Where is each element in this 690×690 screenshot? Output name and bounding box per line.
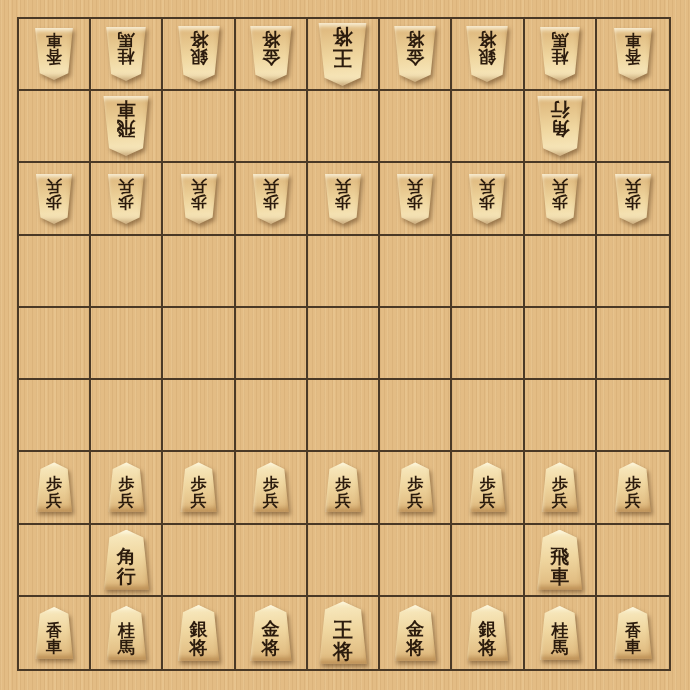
piece-kanji-label: 金将 [262,620,280,657]
cell-4i[interactable]: 金将 [380,597,452,669]
cell-9b[interactable] [19,91,91,163]
cell-7d[interactable] [163,236,235,308]
piece-gote-knight[interactable]: 桂馬 [104,27,148,81]
piece-body: 桂馬 [104,27,148,81]
piece-sente-pawn[interactable]: 歩兵 [106,462,146,512]
cell-9d[interactable] [19,236,91,308]
piece-body: 歩兵 [106,174,146,224]
piece-sente-pawn[interactable]: 歩兵 [395,462,435,512]
piece-body: 金将 [248,26,294,82]
piece-body: 角行 [535,96,585,156]
piece-sente-silver[interactable]: 銀将 [464,605,510,661]
piece-kanji-label: 歩兵 [479,476,495,509]
piece-kanji-label: 歩兵 [552,476,568,509]
piece-kanji-label: 歩兵 [46,177,62,210]
piece-kanji-label: 歩兵 [625,476,641,509]
piece-body: 歩兵 [323,174,363,224]
piece-body: 歩兵 [613,462,653,512]
piece-kanji-label: 歩兵 [552,177,568,210]
piece-sente-pawn[interactable]: 歩兵 [251,462,291,512]
piece-kanji-label: 王将 [333,26,353,68]
piece-sente-silver[interactable]: 銀将 [176,605,222,661]
cell-4a[interactable]: 金将 [380,19,452,91]
cell-9a[interactable]: 香車 [19,19,91,91]
cell-2c[interactable]: 歩兵 [525,163,597,235]
cell-2b[interactable]: 角行 [525,91,597,163]
cell-1i[interactable]: 香車 [597,597,669,669]
piece-sente-knight[interactable]: 桂馬 [538,606,582,660]
piece-body: 桂馬 [538,27,582,81]
piece-sente-bishop[interactable]: 角行 [101,530,151,590]
cell-7e[interactable] [163,308,235,380]
piece-body: 飛車 [101,96,151,156]
piece-gote-pawn[interactable]: 歩兵 [613,174,653,224]
piece-kanji-label: 香車 [625,623,641,656]
piece-body: 銀将 [176,26,222,82]
cell-3d[interactable] [452,236,524,308]
cell-3f[interactable] [452,380,524,452]
piece-body: 銀将 [464,605,510,661]
piece-gote-silver[interactable]: 銀将 [176,26,222,82]
cell-3b[interactable] [452,91,524,163]
piece-sente-pawn[interactable]: 歩兵 [179,462,219,512]
shogi-board: 香車桂馬銀将金将王将金将銀将桂馬香車飛車角行歩兵歩兵歩兵歩兵歩兵歩兵歩兵歩兵歩兵… [0,0,690,690]
cell-4b[interactable] [380,91,452,163]
piece-sente-king[interactable]: 王将 [316,601,369,664]
cell-3e[interactable] [452,308,524,380]
piece-gote-rook[interactable]: 飛車 [101,96,151,156]
cell-4d[interactable] [380,236,452,308]
piece-body: 桂馬 [538,606,582,660]
piece-kanji-label: 歩兵 [263,177,279,210]
cell-1f[interactable] [597,380,669,452]
cell-3a[interactable]: 銀将 [452,19,524,91]
piece-sente-lance[interactable]: 香車 [33,607,75,659]
piece-gote-pawn[interactable]: 歩兵 [106,174,146,224]
cell-7b[interactable] [163,91,235,163]
piece-body: 歩兵 [34,174,74,224]
piece-kanji-label: 金将 [262,29,280,66]
piece-kanji-label: 角行 [117,547,136,587]
piece-gote-king[interactable]: 王将 [316,23,369,86]
piece-sente-pawn[interactable]: 歩兵 [34,462,74,512]
cell-5c[interactable]: 歩兵 [308,163,380,235]
piece-body: 歩兵 [467,462,507,512]
piece-body: 歩兵 [467,174,507,224]
piece-body: 角行 [101,530,151,590]
piece-kanji-label: 香車 [625,31,641,64]
cell-2e[interactable] [525,308,597,380]
cell-8b[interactable]: 飛車 [91,91,163,163]
cell-9h[interactable] [19,525,91,597]
piece-body: 香車 [33,607,75,659]
piece-gote-pawn[interactable]: 歩兵 [395,174,435,224]
cell-6i[interactable]: 金将 [236,597,308,669]
cell-6b[interactable] [236,91,308,163]
cell-2f[interactable] [525,380,597,452]
piece-body: 歩兵 [613,174,653,224]
piece-kanji-label: 香車 [46,31,62,64]
piece-kanji-label: 歩兵 [407,177,423,210]
piece-body: 香車 [612,28,654,80]
piece-gote-knight[interactable]: 桂馬 [538,27,582,81]
cell-4g[interactable]: 歩兵 [380,452,452,524]
piece-body: 歩兵 [395,462,435,512]
piece-body: 歩兵 [540,174,580,224]
cell-6f[interactable] [236,380,308,452]
piece-kanji-label: 銀将 [190,620,208,657]
cell-1e[interactable] [597,308,669,380]
piece-kanji-label: 歩兵 [46,476,62,509]
piece-kanji-label: 歩兵 [118,476,134,509]
piece-kanji-label: 歩兵 [118,177,134,210]
piece-gote-pawn[interactable]: 歩兵 [323,174,363,224]
piece-sente-pawn[interactable]: 歩兵 [467,462,507,512]
cell-5i[interactable]: 王将 [308,597,380,669]
cell-7a[interactable]: 銀将 [163,19,235,91]
shogi-board-grid: 香車桂馬銀将金将王将金将銀将桂馬香車飛車角行歩兵歩兵歩兵歩兵歩兵歩兵歩兵歩兵歩兵… [17,17,671,671]
cell-8e[interactable] [91,308,163,380]
cell-8d[interactable] [91,236,163,308]
piece-body: 歩兵 [251,462,291,512]
cell-7h[interactable] [163,525,235,597]
piece-gote-lance[interactable]: 香車 [612,28,654,80]
piece-kanji-label: 桂馬 [118,622,135,657]
cell-4c[interactable]: 歩兵 [380,163,452,235]
piece-kanji-label: 銀将 [478,620,496,657]
cell-1g[interactable]: 歩兵 [597,452,669,524]
cell-5b[interactable] [308,91,380,163]
piece-kanji-label: 歩兵 [191,177,207,210]
piece-gote-bishop[interactable]: 角行 [535,96,585,156]
piece-kanji-label: 桂馬 [551,30,568,65]
piece-body: 金将 [248,605,294,661]
cell-1b[interactable] [597,91,669,163]
cell-8h[interactable]: 角行 [91,525,163,597]
cell-2d[interactable] [525,236,597,308]
cell-1a[interactable]: 香車 [597,19,669,91]
piece-sente-gold[interactable]: 金将 [248,605,294,661]
cell-2g[interactable]: 歩兵 [525,452,597,524]
cell-7f[interactable] [163,380,235,452]
piece-kanji-label: 桂馬 [118,30,135,65]
piece-gote-pawn[interactable]: 歩兵 [251,174,291,224]
piece-kanji-label: 金将 [406,29,424,66]
piece-sente-gold[interactable]: 金将 [392,605,438,661]
cell-7i[interactable]: 銀将 [163,597,235,669]
piece-body: 飛車 [535,530,585,590]
piece-kanji-label: 歩兵 [191,476,207,509]
piece-kanji-label: 銀将 [478,29,496,66]
piece-gote-silver[interactable]: 銀将 [464,26,510,82]
cell-9e[interactable] [19,308,91,380]
piece-sente-pawn[interactable]: 歩兵 [613,462,653,512]
piece-kanji-label: 銀将 [190,29,208,66]
cell-6e[interactable] [236,308,308,380]
cell-7g[interactable]: 歩兵 [163,452,235,524]
cell-5a[interactable]: 王将 [308,19,380,91]
piece-body: 金将 [392,26,438,82]
piece-gote-pawn[interactable]: 歩兵 [540,174,580,224]
cell-8c[interactable]: 歩兵 [91,163,163,235]
piece-kanji-label: 桂馬 [551,622,568,657]
cell-1h[interactable] [597,525,669,597]
piece-body: 歩兵 [251,174,291,224]
piece-gote-pawn[interactable]: 歩兵 [34,174,74,224]
cell-5d[interactable] [308,236,380,308]
piece-kanji-label: 歩兵 [263,476,279,509]
piece-sente-rook[interactable]: 飛車 [535,530,585,590]
piece-body: 香車 [612,607,654,659]
piece-sente-lance[interactable]: 香車 [612,607,654,659]
piece-kanji-label: 飛車 [117,99,136,139]
piece-kanji-label: 歩兵 [479,177,495,210]
cell-6g[interactable]: 歩兵 [236,452,308,524]
cell-9g[interactable]: 歩兵 [19,452,91,524]
cell-2a[interactable]: 桂馬 [525,19,597,91]
piece-kanji-label: 歩兵 [335,476,351,509]
cell-9i[interactable]: 香車 [19,597,91,669]
piece-gote-gold[interactable]: 金将 [392,26,438,82]
piece-gote-gold[interactable]: 金将 [248,26,294,82]
cell-9f[interactable] [19,380,91,452]
piece-body: 歩兵 [540,462,580,512]
cell-3g[interactable]: 歩兵 [452,452,524,524]
cell-3h[interactable] [452,525,524,597]
piece-body: 銀将 [176,605,222,661]
cell-4e[interactable] [380,308,452,380]
piece-kanji-label: 歩兵 [625,177,641,210]
piece-sente-knight[interactable]: 桂馬 [104,606,148,660]
cell-4f[interactable] [380,380,452,452]
piece-kanji-label: 飛車 [550,547,569,587]
piece-body: 香車 [33,28,75,80]
piece-kanji-label: 角行 [550,99,569,139]
piece-body: 王将 [316,23,369,86]
cell-6c[interactable]: 歩兵 [236,163,308,235]
piece-gote-lance[interactable]: 香車 [33,28,75,80]
cell-3i[interactable]: 銀将 [452,597,524,669]
piece-kanji-label: 王将 [333,620,353,662]
piece-kanji-label: 歩兵 [407,476,423,509]
piece-body: 王将 [316,601,369,664]
cell-5h[interactable] [308,525,380,597]
piece-kanji-label: 金将 [406,620,424,657]
piece-body: 歩兵 [106,462,146,512]
piece-sente-pawn[interactable]: 歩兵 [323,462,363,512]
cell-5f[interactable] [308,380,380,452]
piece-body: 銀将 [464,26,510,82]
piece-gote-pawn[interactable]: 歩兵 [179,174,219,224]
piece-body: 歩兵 [395,174,435,224]
cell-8f[interactable] [91,380,163,452]
cell-5g[interactable]: 歩兵 [308,452,380,524]
piece-body: 歩兵 [179,462,219,512]
cell-6a[interactable]: 金将 [236,19,308,91]
cell-1c[interactable]: 歩兵 [597,163,669,235]
piece-kanji-label: 香車 [46,623,62,656]
cell-8a[interactable]: 桂馬 [91,19,163,91]
cell-5e[interactable] [308,308,380,380]
cell-6h[interactable] [236,525,308,597]
cell-9c[interactable]: 歩兵 [19,163,91,235]
cell-2i[interactable]: 桂馬 [525,597,597,669]
piece-sente-pawn[interactable]: 歩兵 [540,462,580,512]
piece-gote-pawn[interactable]: 歩兵 [467,174,507,224]
piece-body: 桂馬 [104,606,148,660]
cell-8g[interactable]: 歩兵 [91,452,163,524]
cell-2h[interactable]: 飛車 [525,525,597,597]
piece-body: 歩兵 [323,462,363,512]
cell-7c[interactable]: 歩兵 [163,163,235,235]
piece-body: 歩兵 [34,462,74,512]
piece-kanji-label: 歩兵 [335,177,351,210]
piece-body: 金将 [392,605,438,661]
piece-body: 歩兵 [179,174,219,224]
cell-8i[interactable]: 桂馬 [91,597,163,669]
cell-1d[interactable] [597,236,669,308]
cell-6d[interactable] [236,236,308,308]
cell-3c[interactable]: 歩兵 [452,163,524,235]
cell-4h[interactable] [380,525,452,597]
